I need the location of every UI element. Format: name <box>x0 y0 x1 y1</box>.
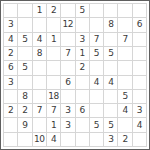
cell-r5-c8[interactable] <box>104 61 117 74</box>
cell-r5-c6[interactable]: 2 <box>76 61 89 74</box>
cell-r7-c1[interactable] <box>4 90 17 103</box>
cell-r7-c5[interactable] <box>61 90 74 103</box>
cell-r9-c10[interactable]: 4 <box>133 118 146 131</box>
cell-r6-c9[interactable] <box>118 76 131 89</box>
cell-r3-c9[interactable]: 7 <box>118 33 131 46</box>
cell-r10-c2[interactable] <box>18 133 31 146</box>
cell-r5-c7[interactable] <box>90 61 103 74</box>
cell-r7-c6[interactable] <box>76 90 89 103</box>
cell-r5-c3[interactable] <box>33 61 46 74</box>
fillomino-grid: 1253128645413772871556523644818522773643… <box>3 3 147 147</box>
cell-r10-c6[interactable] <box>76 133 89 146</box>
cell-r10-c1[interactable] <box>4 133 17 146</box>
cell-r3-c7[interactable]: 7 <box>90 33 103 46</box>
cell-r5-c1[interactable]: 6 <box>4 61 17 74</box>
cell-r7-c2[interactable]: 8 <box>18 90 31 103</box>
cell-r5-c4[interactable] <box>47 61 60 74</box>
cell-r5-c2[interactable]: 5 <box>18 61 31 74</box>
cell-r7-c7[interactable] <box>90 90 103 103</box>
cell-r8-c7[interactable] <box>90 104 103 117</box>
cell-r7-c3[interactable] <box>33 90 46 103</box>
cell-r10-c3[interactable]: 10 <box>33 133 46 146</box>
cell-r2-c8[interactable]: 8 <box>104 18 117 31</box>
cell-r9-c1[interactable] <box>4 118 17 131</box>
cell-r10-c10[interactable] <box>133 133 146 146</box>
cell-r3-c6[interactable]: 3 <box>76 33 89 46</box>
cell-r3-c3[interactable]: 4 <box>33 33 46 46</box>
cell-r9-c5[interactable]: 3 <box>61 118 74 131</box>
cell-r1-c9[interactable] <box>118 4 131 17</box>
cell-r4-c9[interactable] <box>118 47 131 60</box>
cell-r2-c2[interactable] <box>18 18 31 31</box>
cell-r7-c4[interactable]: 18 <box>47 90 60 103</box>
cell-r7-c8[interactable] <box>104 90 117 103</box>
cell-r6-c6[interactable] <box>76 76 89 89</box>
cell-r1-c3[interactable]: 1 <box>33 4 46 17</box>
cell-r5-c10[interactable] <box>133 61 146 74</box>
cell-r2-c3[interactable] <box>33 18 46 31</box>
cell-r6-c10[interactable] <box>133 76 146 89</box>
cell-r1-c4[interactable]: 2 <box>47 4 60 17</box>
cell-r1-c2[interactable] <box>18 4 31 17</box>
cell-r5-c5[interactable] <box>61 61 74 74</box>
cell-r9-c4[interactable]: 1 <box>47 118 60 131</box>
cell-r4-c4[interactable] <box>47 47 60 60</box>
cell-r2-c10[interactable]: 6 <box>133 18 146 31</box>
cell-r1-c5[interactable] <box>61 4 74 17</box>
cell-r8-c9[interactable]: 4 <box>118 104 131 117</box>
cell-r8-c5[interactable]: 3 <box>61 104 74 117</box>
cell-r6-c5[interactable]: 6 <box>61 76 74 89</box>
cell-r6-c8[interactable]: 4 <box>104 76 117 89</box>
cell-r4-c2[interactable] <box>18 47 31 60</box>
cell-r6-c7[interactable]: 4 <box>90 76 103 89</box>
cell-r1-c10[interactable] <box>133 4 146 17</box>
cell-r3-c10[interactable] <box>133 33 146 46</box>
cell-r8-c8[interactable] <box>104 104 117 117</box>
cell-r10-c5[interactable] <box>61 133 74 146</box>
cell-r4-c3[interactable]: 8 <box>33 47 46 60</box>
cell-r5-c9[interactable] <box>118 61 131 74</box>
cell-r8-c2[interactable]: 2 <box>18 104 31 117</box>
cell-r4-c1[interactable]: 2 <box>4 47 17 60</box>
cell-r3-c4[interactable]: 1 <box>47 33 60 46</box>
cell-r4-c6[interactable]: 1 <box>76 47 89 60</box>
cell-r9-c6[interactable] <box>76 118 89 131</box>
cell-r1-c1[interactable] <box>4 4 17 17</box>
cell-r9-c7[interactable]: 5 <box>90 118 103 131</box>
cell-r9-c3[interactable] <box>33 118 46 131</box>
cell-r3-c5[interactable] <box>61 33 74 46</box>
cell-r4-c7[interactable]: 5 <box>90 47 103 60</box>
cell-r1-c8[interactable] <box>104 4 117 17</box>
cell-r10-c7[interactable] <box>90 133 103 146</box>
cell-r10-c8[interactable]: 3 <box>104 133 117 146</box>
cell-r2-c7[interactable] <box>90 18 103 31</box>
cell-r9-c9[interactable] <box>118 118 131 131</box>
cell-r1-c7[interactable] <box>90 4 103 17</box>
cell-r4-c5[interactable]: 7 <box>61 47 74 60</box>
cell-r7-c9[interactable]: 5 <box>118 90 131 103</box>
cell-r2-c9[interactable] <box>118 18 131 31</box>
cell-r2-c1[interactable]: 3 <box>4 18 17 31</box>
cell-r7-c10[interactable] <box>133 90 146 103</box>
cell-r3-c2[interactable]: 5 <box>18 33 31 46</box>
cell-r2-c5[interactable]: 12 <box>61 18 74 31</box>
cell-r8-c3[interactable]: 7 <box>33 104 46 117</box>
cell-r8-c6[interactable]: 6 <box>76 104 89 117</box>
cell-r4-c8[interactable]: 5 <box>104 47 117 60</box>
cell-r6-c4[interactable] <box>47 76 60 89</box>
puzzle-board: 1253128645413772871556523644818522773643… <box>0 0 150 150</box>
cell-r8-c4[interactable]: 7 <box>47 104 60 117</box>
cell-r8-c1[interactable]: 2 <box>4 104 17 117</box>
cell-r6-c3[interactable] <box>33 76 46 89</box>
cell-r2-c4[interactable] <box>47 18 60 31</box>
cell-r6-c2[interactable] <box>18 76 31 89</box>
cell-r4-c10[interactable] <box>133 47 146 60</box>
cell-r10-c9[interactable]: 2 <box>118 133 131 146</box>
cell-r3-c8[interactable] <box>104 33 117 46</box>
cell-r2-c6[interactable] <box>76 18 89 31</box>
cell-r1-c6[interactable]: 5 <box>76 4 89 17</box>
cell-r8-c10[interactable]: 3 <box>133 104 146 117</box>
cell-r3-c1[interactable]: 4 <box>4 33 17 46</box>
cell-r9-c2[interactable]: 9 <box>18 118 31 131</box>
cell-r10-c4[interactable]: 4 <box>47 133 60 146</box>
cell-r6-c1[interactable]: 3 <box>4 76 17 89</box>
cell-r9-c8[interactable]: 5 <box>104 118 117 131</box>
